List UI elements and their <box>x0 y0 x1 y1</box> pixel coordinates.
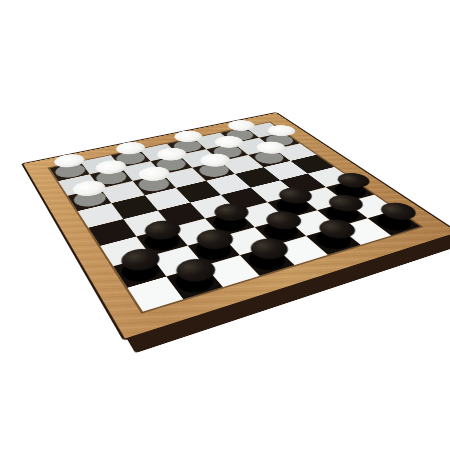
board-scene <box>0 0 446 420</box>
board-grid <box>50 122 421 311</box>
board-square-r7c3[interactable] <box>240 245 295 276</box>
photo-background <box>0 0 450 450</box>
checkers-board <box>23 113 450 339</box>
black-checker-piece[interactable] <box>240 245 295 276</box>
